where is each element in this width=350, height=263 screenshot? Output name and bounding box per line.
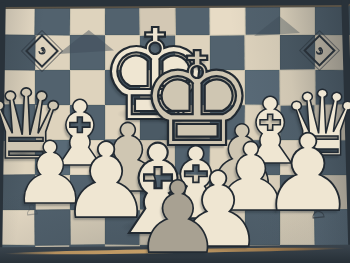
chess-piece-pawn-right: ♟ [260,121,350,227]
chess-illustration: ♙♙ ♚♚♛♛♝♝♟♟♟♟♟♟♝♝♟♟ [0,0,350,263]
chess-piece-pawn-front-dark: ♟ [134,168,223,263]
